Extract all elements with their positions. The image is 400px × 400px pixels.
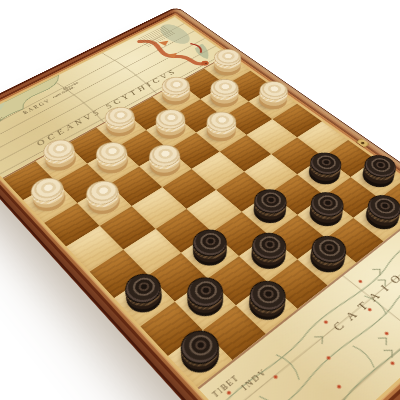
product-photo-scene: OCEANVS SCYTHICVS Mecrito rum horda. BAR… [0, 0, 400, 400]
checkers-board-box: OCEANVS SCYTHICVS Mecrito rum horda. BAR… [0, 6, 400, 400]
